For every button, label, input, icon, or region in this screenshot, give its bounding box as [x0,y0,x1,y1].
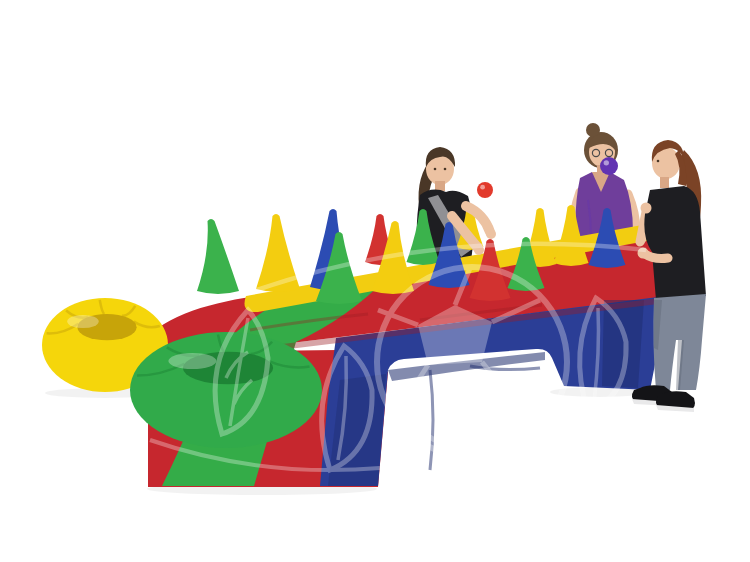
yellow-ring-highlight [67,315,99,328]
red-ball-highlight [480,185,485,190]
cone-green [197,219,239,294]
girl-left-eye [444,168,447,171]
girl-right-arm-lower [645,254,668,259]
girl-left-neck [435,181,445,191]
girl-right-hand [641,203,652,214]
watermark-leaf-veins [714,318,717,396]
purple-ball [600,157,618,175]
purple-ball-highlight [604,160,609,165]
green-ring-highlight [168,353,216,369]
girl-left-eye [434,168,437,171]
girl-right-eye [657,160,660,163]
product-photo [0,0,750,562]
scene-canvas [0,0,750,562]
watermark-leaf-icon [704,308,742,404]
red-ball [477,182,493,198]
girl-right-neck [660,177,669,188]
girl-left-hand [486,229,496,239]
